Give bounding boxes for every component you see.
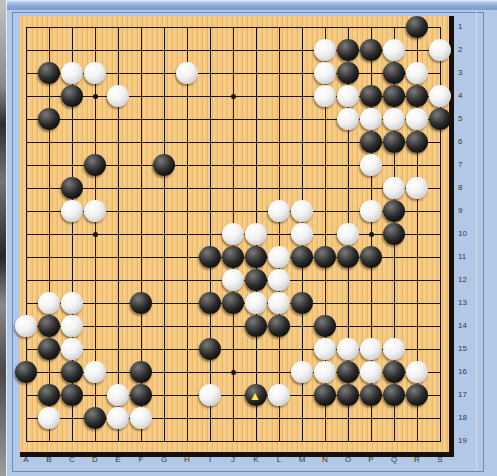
col-label-P: P	[365, 455, 377, 464]
star-point-D10	[93, 232, 98, 237]
stone-S5[interactable]	[429, 108, 451, 130]
stone-B17[interactable]	[38, 384, 60, 406]
col-label-K: K	[250, 455, 262, 464]
stone-N4[interactable]	[314, 85, 336, 107]
stone-C14[interactable]	[61, 315, 83, 337]
stone-K13[interactable]	[245, 292, 267, 314]
stone-N3[interactable]	[314, 62, 336, 84]
stone-R16[interactable]	[406, 361, 428, 383]
stone-N11[interactable]	[314, 246, 336, 268]
column-labels: ABCDEFGHIJKLMNOPQRS	[0, 455, 497, 469]
star-point-D4	[93, 94, 98, 99]
stone-O16[interactable]	[337, 361, 359, 383]
stone-F18[interactable]	[130, 407, 152, 429]
stone-L12[interactable]	[268, 269, 290, 291]
stone-P11[interactable]	[360, 246, 382, 268]
stone-O17[interactable]	[337, 384, 359, 406]
desktop-edge-strip	[0, 0, 7, 476]
stone-K11[interactable]	[245, 246, 267, 268]
col-label-G: G	[158, 455, 170, 464]
stone-P7[interactable]	[360, 154, 382, 176]
stone-C8[interactable]	[61, 177, 83, 199]
star-point-J4	[231, 94, 236, 99]
stone-R8[interactable]	[406, 177, 428, 199]
triangle-marker-icon: ▲	[244, 385, 266, 407]
col-label-H: H	[181, 455, 193, 464]
stone-R17[interactable]	[406, 384, 428, 406]
stone-M16[interactable]	[291, 361, 313, 383]
stone-P4[interactable]	[360, 85, 382, 107]
col-label-D: D	[89, 455, 101, 464]
stone-L17[interactable]	[268, 384, 290, 406]
stone-M13[interactable]	[291, 292, 313, 314]
stone-R4[interactable]	[406, 85, 428, 107]
stone-C16[interactable]	[61, 361, 83, 383]
stone-Q6[interactable]	[383, 131, 405, 153]
star-point-J16	[231, 370, 236, 375]
stone-P15[interactable]	[360, 338, 382, 360]
stone-I15[interactable]	[199, 338, 221, 360]
stone-Q15[interactable]	[383, 338, 405, 360]
col-label-C: C	[66, 455, 78, 464]
stone-B14[interactable]	[38, 315, 60, 337]
stone-C3[interactable]	[61, 62, 83, 84]
stone-M11[interactable]	[291, 246, 313, 268]
stone-Q8[interactable]	[383, 177, 405, 199]
stone-P5[interactable]	[360, 108, 382, 130]
stone-E18[interactable]	[107, 407, 129, 429]
stone-O4[interactable]	[337, 85, 359, 107]
stone-N17[interactable]	[314, 384, 336, 406]
stone-Q16[interactable]	[383, 361, 405, 383]
stone-P16[interactable]	[360, 361, 382, 383]
stone-J11[interactable]	[222, 246, 244, 268]
stone-R5[interactable]	[406, 108, 428, 130]
col-label-Q: Q	[388, 455, 400, 464]
window-top-bar	[0, 0, 497, 10]
stone-K14[interactable]	[245, 315, 267, 337]
stone-P17[interactable]	[360, 384, 382, 406]
stone-C4[interactable]	[61, 85, 83, 107]
col-label-R: R	[411, 455, 423, 464]
stone-K17[interactable]: ▲	[245, 384, 267, 406]
col-label-B: B	[43, 455, 55, 464]
stone-L13[interactable]	[268, 292, 290, 314]
stone-I13[interactable]	[199, 292, 221, 314]
col-label-M: M	[296, 455, 308, 464]
stone-F17[interactable]	[130, 384, 152, 406]
stone-H3[interactable]	[176, 62, 198, 84]
stone-M10[interactable]	[291, 223, 313, 245]
stone-A14[interactable]	[15, 315, 37, 337]
stone-J12[interactable]	[222, 269, 244, 291]
col-label-J: J	[227, 455, 239, 464]
stone-G7[interactable]	[153, 154, 175, 176]
stone-F16[interactable]	[130, 361, 152, 383]
stone-D9[interactable]	[84, 200, 106, 222]
stone-D16[interactable]	[84, 361, 106, 383]
stone-Q2[interactable]	[383, 39, 405, 61]
stone-R1[interactable]	[406, 16, 428, 38]
stone-C15[interactable]	[61, 338, 83, 360]
stone-O5[interactable]	[337, 108, 359, 130]
stone-B18[interactable]	[38, 407, 60, 429]
stone-O10[interactable]	[337, 223, 359, 245]
stone-L9[interactable]	[268, 200, 290, 222]
stone-O2[interactable]	[337, 39, 359, 61]
stone-R3[interactable]	[406, 62, 428, 84]
stone-O3[interactable]	[337, 62, 359, 84]
stone-P9[interactable]	[360, 200, 382, 222]
stone-P6[interactable]	[360, 131, 382, 153]
stone-J13[interactable]	[222, 292, 244, 314]
col-label-A: A	[20, 455, 32, 464]
stone-Q4[interactable]	[383, 85, 405, 107]
stone-L11[interactable]	[268, 246, 290, 268]
col-label-L: L	[273, 455, 285, 464]
stone-R6[interactable]	[406, 131, 428, 153]
stone-P2[interactable]	[360, 39, 382, 61]
stone-D3[interactable]	[84, 62, 106, 84]
stone-Q17[interactable]	[383, 384, 405, 406]
stone-N15[interactable]	[314, 338, 336, 360]
stone-N14[interactable]	[314, 315, 336, 337]
col-label-O: O	[342, 455, 354, 464]
stone-C17[interactable]	[61, 384, 83, 406]
stone-B5[interactable]	[38, 108, 60, 130]
stone-D7[interactable]	[84, 154, 106, 176]
stone-O11[interactable]	[337, 246, 359, 268]
stone-B13[interactable]	[38, 292, 60, 314]
col-label-F: F	[135, 455, 147, 464]
stone-Q9[interactable]	[383, 200, 405, 222]
stone-Q3[interactable]	[383, 62, 405, 84]
stone-F13[interactable]	[130, 292, 152, 314]
stone-D18[interactable]	[84, 407, 106, 429]
stone-O15[interactable]	[337, 338, 359, 360]
stone-S2[interactable]	[429, 39, 451, 61]
star-point-P10	[369, 232, 374, 237]
stone-I17[interactable]	[199, 384, 221, 406]
stone-B15[interactable]	[38, 338, 60, 360]
stone-E4[interactable]	[107, 85, 129, 107]
stone-K12[interactable]	[245, 269, 267, 291]
frame-divider-line	[476, 12, 477, 470]
col-label-E: E	[112, 455, 124, 464]
stone-E17[interactable]	[107, 384, 129, 406]
stone-N16[interactable]	[314, 361, 336, 383]
stone-J10[interactable]	[222, 223, 244, 245]
stone-Q10[interactable]	[383, 223, 405, 245]
col-label-S: S	[434, 455, 446, 464]
stone-C9[interactable]	[61, 200, 83, 222]
stone-Q5[interactable]	[383, 108, 405, 130]
stone-K10[interactable]	[245, 223, 267, 245]
col-label-I: I	[204, 455, 216, 464]
stone-S4[interactable]	[429, 85, 451, 107]
stone-M9[interactable]	[291, 200, 313, 222]
stone-A16[interactable]	[15, 361, 37, 383]
stone-L14[interactable]	[268, 315, 290, 337]
stone-I11[interactable]	[199, 246, 221, 268]
goban[interactable]: ▲	[20, 16, 454, 457]
stone-N2[interactable]	[314, 39, 336, 61]
stone-B3[interactable]	[38, 62, 60, 84]
col-label-N: N	[319, 455, 331, 464]
stone-C13[interactable]	[61, 292, 83, 314]
